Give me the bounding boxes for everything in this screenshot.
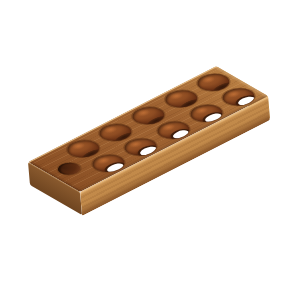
board-photo (0, 0, 292, 292)
